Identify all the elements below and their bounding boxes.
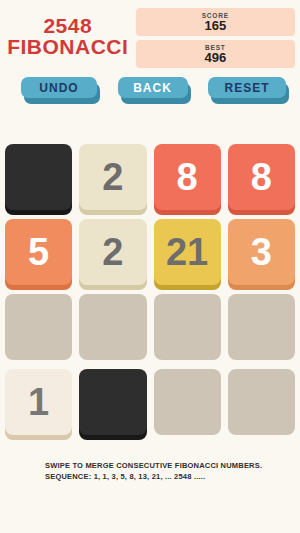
instructions-line-2: SEQUENCE: 1, 1, 3, 5, 8, 13, 21, ... 254… xyxy=(45,472,300,483)
best-box: BEST 496 xyxy=(136,40,295,68)
undo-button[interactable]: UNDO xyxy=(21,77,97,98)
best-value: 496 xyxy=(136,51,295,65)
empty-cell xyxy=(5,294,72,360)
reset-button[interactable]: RESET xyxy=(208,77,286,98)
tile-5: 5 xyxy=(5,219,72,285)
blocker-tile xyxy=(5,144,72,210)
score-column: SCORE 165 BEST 496 xyxy=(136,8,295,68)
tile-3: 3 xyxy=(228,219,295,285)
empty-cell xyxy=(154,294,221,360)
score-value: 165 xyxy=(136,19,295,33)
header: 2548 FIBONACCI SCORE 165 BEST 496 xyxy=(0,0,300,68)
game-title: 2548 FIBONACCI xyxy=(0,8,136,68)
tile-8: 8 xyxy=(228,144,295,210)
board[interactable]: 288522131 xyxy=(5,144,295,435)
instructions: SWIPE TO MERGE CONSECUTIVE FIBONACCI NUM… xyxy=(0,461,300,482)
toolbar: UNDO BACK RESET xyxy=(0,77,300,98)
empty-cell xyxy=(228,294,295,360)
tile-1: 1 xyxy=(5,369,72,435)
empty-cell xyxy=(79,294,146,360)
empty-cell xyxy=(154,369,221,435)
back-button[interactable]: BACK xyxy=(118,77,188,98)
tile-8: 8 xyxy=(154,144,221,210)
score-box: SCORE 165 xyxy=(136,8,295,36)
tile-2: 2 xyxy=(79,144,146,210)
tile-2: 2 xyxy=(79,219,146,285)
empty-cell xyxy=(228,369,295,435)
title-line-1: 2548 xyxy=(0,15,136,36)
tile-21: 21 xyxy=(154,219,221,285)
blocker-tile xyxy=(79,369,146,435)
instructions-line-1: SWIPE TO MERGE CONSECUTIVE FIBONACCI NUM… xyxy=(45,461,300,472)
title-line-2: FIBONACCI xyxy=(0,36,136,57)
